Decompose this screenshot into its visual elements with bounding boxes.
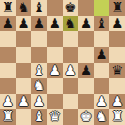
square-f2[interactable] [78, 94, 94, 110]
square-f8[interactable] [78, 0, 94, 16]
square-g2[interactable]: ♟ [94, 94, 110, 110]
white-pawn-piece[interactable]: ♟ [2, 94, 14, 108]
square-a5[interactable] [0, 47, 16, 63]
square-a8[interactable]: ♜ [0, 0, 16, 16]
square-a2[interactable]: ♟ [0, 94, 16, 110]
square-f1[interactable]: ♚ [78, 109, 94, 125]
square-g7[interactable]: ♝ [94, 16, 110, 32]
square-d3[interactable] [47, 78, 63, 94]
square-g5[interactable]: ♟ [94, 47, 110, 63]
square-b2[interactable]: ♟ [16, 94, 32, 110]
square-d4[interactable]: ♟ [47, 63, 63, 79]
square-c4[interactable]: ♝ [31, 63, 47, 79]
black-pawn-piece[interactable]: ♟ [80, 63, 92, 77]
square-d8[interactable] [47, 0, 63, 16]
square-a4[interactable] [0, 63, 16, 79]
square-f7[interactable]: ♟ [78, 16, 94, 32]
square-d1[interactable]: ♛ [47, 109, 63, 125]
white-rook-piece[interactable]: ♜ [111, 110, 123, 124]
white-pawn-piece[interactable]: ♟ [17, 94, 29, 108]
square-e8[interactable]: ♚ [63, 0, 79, 16]
white-pawn-piece[interactable]: ♟ [64, 63, 76, 77]
square-a3[interactable] [0, 78, 16, 94]
black-rook-piece[interactable]: ♜ [111, 1, 123, 15]
white-pawn-piece[interactable]: ♟ [111, 94, 123, 108]
square-a7[interactable]: ♟ [0, 16, 16, 32]
white-knight-piece[interactable]: ♞ [96, 110, 108, 124]
square-b6[interactable] [16, 31, 32, 47]
square-e4[interactable]: ♟ [63, 63, 79, 79]
square-c1[interactable]: ♝ [31, 109, 47, 125]
black-knight-piece[interactable]: ♞ [64, 16, 76, 30]
square-g6[interactable] [94, 31, 110, 47]
white-bishop-piece[interactable]: ♝ [33, 63, 45, 77]
black-king-piece[interactable]: ♚ [64, 1, 76, 15]
square-f3[interactable] [78, 78, 94, 94]
square-h1[interactable]: ♜ [109, 109, 125, 125]
square-c7[interactable]: ♟ [31, 16, 47, 32]
square-d7[interactable]: ♟ [47, 16, 63, 32]
square-b1[interactable] [16, 109, 32, 125]
white-pawn-piece[interactable]: ♟ [33, 94, 45, 108]
square-e3[interactable] [63, 78, 79, 94]
square-e7-lastmove-highlight[interactable]: ♞ [63, 16, 79, 32]
square-b8[interactable]: ♞ [16, 0, 32, 16]
white-king-piece[interactable]: ♚ [80, 110, 92, 124]
black-pawn-piece[interactable]: ♟ [111, 16, 123, 30]
square-h7[interactable]: ♟ [109, 16, 125, 32]
black-pawn-piece[interactable]: ♟ [96, 47, 108, 61]
square-h5[interactable] [109, 47, 125, 63]
square-a1[interactable]: ♜ [0, 109, 16, 125]
white-rook-piece[interactable]: ♜ [2, 110, 14, 124]
square-g4[interactable] [94, 63, 110, 79]
square-d5[interactable] [47, 47, 63, 63]
white-bishop-piece[interactable]: ♝ [33, 110, 45, 124]
square-b4[interactable] [16, 63, 32, 79]
black-knight-piece[interactable]: ♞ [17, 1, 29, 15]
white-knight-piece[interactable]: ♞ [33, 79, 45, 93]
square-b5[interactable] [16, 47, 32, 63]
black-bishop-piece[interactable]: ♝ [33, 1, 45, 15]
black-bishop-piece[interactable]: ♝ [96, 16, 108, 30]
square-c3[interactable]: ♞ [31, 78, 47, 94]
square-g3[interactable] [94, 78, 110, 94]
black-rook-piece[interactable]: ♜ [2, 1, 14, 15]
square-c6[interactable] [31, 31, 47, 47]
square-f5[interactable] [78, 47, 94, 63]
square-h2[interactable]: ♟ [109, 94, 125, 110]
square-e1[interactable] [63, 109, 79, 125]
white-pawn-piece[interactable]: ♟ [96, 94, 108, 108]
black-pawn-piece[interactable]: ♟ [2, 16, 14, 30]
square-b7[interactable]: ♟ [16, 16, 32, 32]
square-a6[interactable] [0, 31, 16, 47]
square-d2[interactable] [47, 94, 63, 110]
square-c2[interactable]: ♟ [31, 94, 47, 110]
square-b3[interactable] [16, 78, 32, 94]
white-queen-piece[interactable]: ♛ [49, 110, 61, 124]
square-c5[interactable] [31, 47, 47, 63]
black-pawn-piece[interactable]: ♟ [17, 16, 29, 30]
square-e5[interactable] [63, 47, 79, 63]
white-pawn-piece[interactable]: ♟ [49, 63, 61, 77]
black-pawn-piece[interactable]: ♟ [49, 16, 61, 30]
square-h3[interactable] [109, 78, 125, 94]
square-f6[interactable] [78, 31, 94, 47]
chess-board: ♜♞♝♚♜♟♟♟♟♞♟♝♟♟♝♟♟♟♛♞♟♟♟♟♟♜♝♛♚♞♜ [0, 0, 125, 125]
square-h8[interactable]: ♜ [109, 0, 125, 16]
black-queen-piece[interactable]: ♛ [111, 63, 123, 77]
square-g1[interactable]: ♞ [94, 109, 110, 125]
square-e6[interactable] [63, 31, 79, 47]
square-e2[interactable] [63, 94, 79, 110]
square-h4[interactable]: ♛ [109, 63, 125, 79]
square-h6[interactable] [109, 31, 125, 47]
square-g8-lastmove-highlight[interactable] [94, 0, 110, 16]
square-c8[interactable]: ♝ [31, 0, 47, 16]
square-f4[interactable]: ♟ [78, 63, 94, 79]
square-d6[interactable] [47, 31, 63, 47]
black-pawn-piece[interactable]: ♟ [80, 16, 92, 30]
black-pawn-piece[interactable]: ♟ [33, 16, 45, 30]
chess-board-container: ♜♞♝♚♜♟♟♟♟♞♟♝♟♟♝♟♟♟♛♞♟♟♟♟♟♜♝♛♚♞♜ [0, 0, 125, 125]
